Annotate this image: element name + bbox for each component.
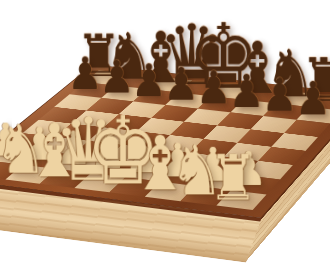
chess-board: ♜♞♝♛♚♝♞♜♟♟♟♟♟♟♟♟♟♟♟♟♟♟♟♟♜♞♝♛♚♝♞♜ <box>0 65 330 218</box>
square-b2: ♟ <box>23 151 73 169</box>
photo-canvas: ♜♞♝♛♚♝♞♜♟♟♟♟♟♟♟♟♟♟♟♟♟♟♟♟♜♞♝♛♚♝♞♜ <box>0 0 330 272</box>
scene: ♜♞♝♛♚♝♞♜♟♟♟♟♟♟♟♟♟♟♟♟♟♟♟♟♜♞♝♛♚♝♞♜ <box>0 0 330 272</box>
square-h6 <box>284 120 330 137</box>
square-h2: ♟ <box>231 175 280 194</box>
